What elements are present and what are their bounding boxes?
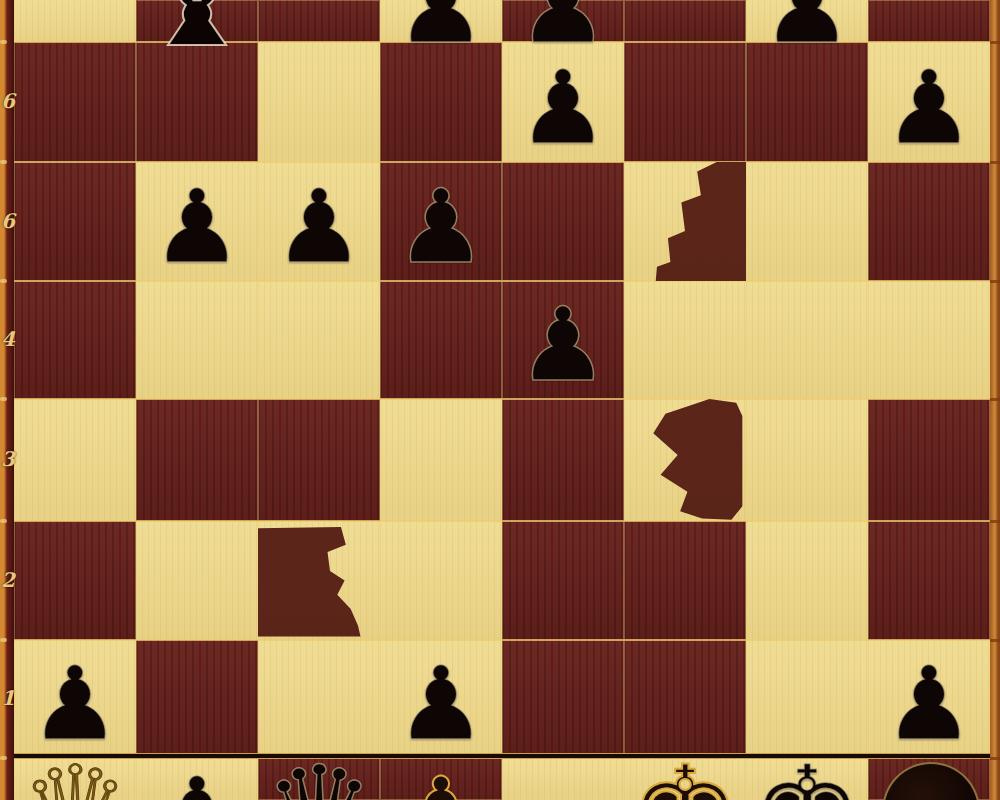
border-notch	[990, 757, 1000, 760]
black-bishop-b8[interactable]: ♝	[116, 0, 278, 64]
square-c5[interactable]	[258, 281, 380, 399]
black-pawn-h2[interactable]: ♟	[848, 653, 1000, 755]
border-notch	[990, 520, 1000, 523]
square-e3[interactable]	[502, 521, 624, 640]
black-king-g1[interactable]: ♚	[726, 749, 888, 800]
square-h3[interactable]	[868, 521, 990, 640]
border-notch	[0, 279, 7, 283]
rank-label-4: 4	[1, 327, 14, 351]
rank-label-6: 6	[1, 89, 14, 113]
rank-label-2: 2	[1, 568, 14, 592]
white-pawn-d1[interactable]: ♟	[360, 764, 522, 800]
border-notch	[0, 160, 7, 164]
black-pawn-g8[interactable]: ♟	[726, 0, 888, 58]
border-notch	[990, 639, 1000, 642]
square-g3[interactable]	[746, 521, 868, 640]
black-pawn-d6[interactable]: ♟	[360, 176, 522, 278]
square-a4[interactable]	[14, 399, 136, 521]
square-g4[interactable]	[746, 399, 868, 521]
border-notch	[0, 756, 7, 760]
square-b3[interactable]	[136, 521, 258, 640]
black-pawn-d2[interactable]: ♟	[360, 653, 522, 755]
square-c4[interactable]	[258, 399, 380, 521]
row-seam	[14, 161, 990, 163]
row-seam	[14, 639, 990, 641]
rank-label-1: 1	[1, 686, 14, 710]
black-pawn-e5[interactable]: ♟	[482, 294, 644, 396]
square-d3[interactable]	[380, 521, 502, 640]
square-b4[interactable]	[136, 399, 258, 521]
square-g5[interactable]	[746, 281, 868, 399]
square-h4[interactable]	[868, 399, 990, 521]
square-d4[interactable]	[380, 399, 502, 521]
border-notch	[990, 161, 1000, 164]
border-notch	[0, 40, 7, 44]
square-h5[interactable]	[868, 281, 990, 399]
rank-label-3: 3	[1, 447, 14, 471]
border-notch	[990, 398, 1000, 401]
border-notch	[990, 280, 1000, 283]
square-a3[interactable]	[14, 521, 136, 640]
square-a5[interactable]	[14, 281, 136, 399]
row-seam	[14, 520, 990, 522]
rank-label-6: 6	[1, 209, 14, 233]
square-e4[interactable]	[502, 399, 624, 521]
border-notch	[990, 41, 1000, 44]
square-g6[interactable]	[746, 162, 868, 281]
square-h6[interactable]	[868, 162, 990, 281]
border-notch	[0, 397, 7, 401]
row-seam	[14, 398, 990, 400]
square-b5[interactable]	[136, 281, 258, 399]
border-notch	[0, 638, 7, 642]
chessboard-photo: ♝♟♟♟♟♟♟♟♟♟♟♟♟♕♟♛♟♚♚ 664321	[0, 0, 1000, 800]
border-notch	[0, 519, 7, 523]
square-f3[interactable]	[624, 521, 746, 640]
black-pawn-h7[interactable]: ♟	[848, 57, 1000, 159]
black-pawn-e7[interactable]: ♟	[482, 57, 644, 159]
